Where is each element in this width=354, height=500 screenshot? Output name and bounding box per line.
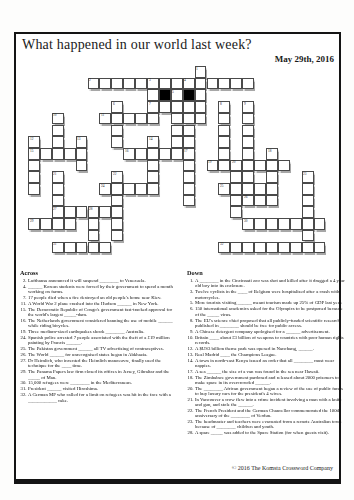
- clue-number-label: 32: [220, 242, 223, 246]
- clue-item: 16.The Netherlands government considered…: [20, 318, 179, 328]
- clue-item-number: 29.: [20, 369, 28, 379]
- grid-cell[interactable]: [218, 78, 230, 90]
- grid-cell[interactable]: [183, 183, 195, 195]
- clue-item: 28.A spare _____ was added to the Space …: [187, 430, 346, 435]
- clue-item: 7.17 people died when a fire destroyed a…: [20, 295, 179, 300]
- clue-item-text: 150 international academics asked for th…: [195, 306, 346, 316]
- grid-cell[interactable]: 25: [218, 183, 230, 195]
- grid-cell[interactable]: [52, 136, 64, 148]
- grid-cell[interactable]: [242, 136, 254, 148]
- grid-cell[interactable]: [254, 195, 266, 207]
- grid-cell[interactable]: [76, 242, 88, 254]
- grid-cell[interactable]: 28: [88, 206, 100, 218]
- grid-cell[interactable]: [171, 113, 183, 125]
- grid-cell[interactable]: [52, 125, 64, 137]
- grid-cell[interactable]: [183, 125, 195, 137]
- grid-cell[interactable]: [76, 206, 88, 218]
- grid-cell[interactable]: [135, 148, 147, 160]
- grid-cell[interactable]: [195, 113, 207, 125]
- grid-cell[interactable]: [159, 78, 171, 90]
- clue-item-text: The Zimbabwe government pardoned and rel…: [195, 374, 346, 384]
- grid-cell[interactable]: [230, 195, 242, 207]
- grid-cell[interactable]: 22: [111, 171, 123, 183]
- grid-cell[interactable]: [242, 148, 254, 160]
- grid-cell[interactable]: [195, 101, 207, 113]
- clue-item-text: More tourists visiting ______ meant tour…: [195, 300, 346, 305]
- grid-cell[interactable]: 26: [242, 195, 254, 207]
- clue-number-label: 7: [149, 102, 151, 106]
- grid-cell[interactable]: [147, 113, 159, 125]
- grid-cell[interactable]: 19: [207, 160, 219, 172]
- clue-item-text: A ________ in the Cincinnati zoo was sho…: [195, 278, 346, 288]
- grid-cell[interactable]: [64, 206, 76, 218]
- clue-item-text: A town in north-east Kenya issued an ord…: [195, 357, 346, 367]
- clue-item-number: 4.: [20, 284, 28, 294]
- clue-number-label: 15: [30, 149, 33, 153]
- grid-cell[interactable]: [99, 206, 111, 218]
- clue-item-text: In Vancouver a crow flew into a crime in…: [195, 397, 346, 407]
- clue-number-label: 11: [101, 113, 104, 117]
- clue-item: 10.Britain ____ about £3 billion of weap…: [187, 334, 346, 344]
- puzzle-frame: What happened in our world last week? Ma…: [14, 32, 341, 484]
- clue-item-number: 1.: [187, 278, 195, 288]
- grid-cell[interactable]: [242, 78, 254, 90]
- clue-item-number: 8.: [187, 317, 195, 327]
- grid-cell[interactable]: [52, 195, 64, 207]
- grid-cell[interactable]: [183, 101, 195, 113]
- grid-cell[interactable]: [242, 242, 254, 254]
- grid-cell[interactable]: [111, 218, 123, 230]
- grid-cell[interactable]: [111, 113, 123, 125]
- clue-number-label: 27: [53, 207, 56, 211]
- clue-item-text: Dr Heimlich, who invented the Heimlich m…: [28, 358, 179, 368]
- grid-cell[interactable]: [183, 195, 195, 207]
- grid-cell[interactable]: [64, 148, 76, 160]
- clue-item-number: 2.: [20, 278, 28, 283]
- clue-number-label: 3: [149, 78, 151, 82]
- clue-item-number: 6.: [187, 306, 195, 316]
- grid-cell[interactable]: 3: [147, 78, 159, 90]
- clue-item-text: 15,000 refugees were ________ in the Med…: [28, 380, 179, 385]
- clue-item-number: 3.: [187, 289, 195, 299]
- grid-cell[interactable]: 15: [28, 148, 40, 160]
- clue-number-label: 30: [244, 219, 247, 223]
- grid-cell[interactable]: [183, 160, 195, 172]
- clue-item: 3.Twelve cyclists in the ____ of Belgium…: [187, 289, 346, 299]
- grid-cell[interactable]: [266, 183, 278, 195]
- grid-cell[interactable]: [242, 171, 254, 183]
- clue-item-text: Lufthansa announced it will suspend ____…: [28, 278, 179, 283]
- down-header: Down: [187, 269, 346, 277]
- clue-item-number: 23.: [187, 419, 195, 429]
- clue-item: 20.The ________ African government began…: [187, 385, 346, 395]
- clue-number-label: 20: [232, 160, 235, 164]
- clue-number-label: 8: [220, 102, 222, 106]
- clue-item-text: Real Madrid ____ the Champions League.: [195, 351, 346, 356]
- clue-item-number: 15.: [20, 307, 28, 317]
- grid-cell[interactable]: 8: [218, 101, 230, 113]
- grid-cell[interactable]: [254, 160, 266, 172]
- clue-item-text: The World ______ for unrecognised states…: [28, 352, 179, 357]
- grid-cell[interactable]: [183, 171, 195, 183]
- grid-cell[interactable]: [99, 242, 111, 254]
- grid-cell[interactable]: [302, 195, 314, 207]
- clue-number-label: 17: [184, 149, 187, 153]
- clue-item: 30.15,000 refugees were ________ in the …: [20, 380, 179, 385]
- grid-cell[interactable]: [88, 242, 100, 254]
- clue-item: 12.A $US3 billion theme park was opened …: [187, 345, 346, 350]
- grid-cell[interactable]: 11: [99, 113, 111, 125]
- clue-item-number: 13.: [187, 351, 195, 356]
- grid-cell[interactable]: 29: [28, 218, 40, 230]
- grid-cell[interactable]: [278, 218, 290, 230]
- clue-item-number: 27.: [20, 358, 28, 368]
- grid-cell[interactable]: 12: [28, 136, 40, 148]
- grid-cell[interactable]: 6: [111, 101, 123, 113]
- grid-cell[interactable]: [278, 242, 290, 254]
- clue-item-number: 28.: [187, 430, 195, 435]
- grid-cell[interactable]: [254, 183, 266, 195]
- grid-cell[interactable]: 13: [76, 136, 88, 148]
- grid-cell[interactable]: [302, 242, 314, 254]
- clue-item-text: Britain ____ about £3 billion of weapons…: [195, 334, 346, 344]
- grid-cell[interactable]: [52, 218, 64, 230]
- clue-number-label: 14: [149, 137, 152, 141]
- clue-item-text: The Democratic Republic of Congo's gover…: [28, 307, 179, 317]
- grid-cell[interactable]: [28, 160, 40, 172]
- clue-item-text: A World War 2 plane crashed into the Hud…: [28, 301, 179, 306]
- clue-item: 15.The Democratic Republic of Congo's go…: [20, 307, 179, 317]
- clue-number-label: 28: [89, 207, 92, 211]
- clue-item-text: A German MP who called for a limit on re…: [28, 392, 179, 402]
- grid-cell[interactable]: [218, 113, 230, 125]
- clue-item: 17.A sea ______ the size of a van was fo…: [187, 368, 346, 373]
- grid-cell[interactable]: 21: [52, 171, 64, 183]
- grid-cell[interactable]: [111, 230, 123, 242]
- clue-item: 21.In Vancouver a crow flew into a crime…: [187, 397, 346, 407]
- clue-item-number: 30.: [20, 380, 28, 385]
- grid-cell[interactable]: [52, 183, 64, 195]
- clue-item-text: The Panama Papers law firm closed its of…: [28, 369, 179, 379]
- grid-cell[interactable]: [266, 218, 278, 230]
- clue-item-text: The Netherlands government considered ba…: [28, 318, 179, 328]
- grid-cell[interactable]: [195, 78, 207, 90]
- clue-item-number: 19.: [20, 329, 28, 334]
- clue-item: 29.The Panama Papers law firm closed its…: [20, 369, 179, 379]
- clue-number-label: 6: [113, 102, 115, 106]
- grid-cell[interactable]: [290, 242, 302, 254]
- grid-cell[interactable]: [302, 206, 314, 218]
- clue-number-label: 4: [184, 78, 186, 82]
- grid-cell[interactable]: [111, 183, 123, 195]
- grid-cell[interactable]: [230, 171, 242, 183]
- grid-cell[interactable]: [266, 171, 278, 183]
- clue-item-number: 11.: [20, 301, 28, 306]
- black-cell: [183, 89, 195, 101]
- grid-cell[interactable]: [111, 78, 123, 90]
- grid-cell[interactable]: [123, 113, 135, 125]
- grid-cell[interactable]: [242, 160, 254, 172]
- grid-cell[interactable]: [88, 230, 100, 242]
- grid-cell[interactable]: [314, 218, 326, 230]
- clue-number-label: 5: [172, 90, 174, 94]
- grid-cell[interactable]: [76, 160, 88, 172]
- clue-item: 2.Lufthansa announced it will suspend __…: [20, 278, 179, 283]
- grid-cell[interactable]: [99, 78, 111, 90]
- clue-item-text: The headmaster and teachers were evacuat…: [195, 419, 346, 429]
- clue-item-text: The French President and the German Chan…: [195, 408, 346, 418]
- grid-cell[interactable]: [171, 125, 183, 137]
- clue-item-number: 20.: [187, 385, 195, 395]
- grid-cell[interactable]: 20: [230, 160, 242, 172]
- grid-cell[interactable]: 5: [171, 89, 183, 101]
- grid-cell[interactable]: 30: [242, 218, 254, 230]
- clue-item: 31.President ______ visited Hiroshima.: [20, 386, 179, 391]
- clue-item: 24.Spanish police arrested 7 people asso…: [20, 335, 179, 345]
- clue-item: 14.A town in north-east Kenya issued an …: [187, 357, 346, 367]
- grid-cell[interactable]: 16: [123, 148, 135, 160]
- puzzle-date: May 29th, 2016: [275, 54, 334, 64]
- clue-number-label: 26: [244, 195, 247, 199]
- grid-cell[interactable]: [52, 148, 64, 160]
- grid-cell[interactable]: [302, 230, 314, 242]
- grid-cell[interactable]: [183, 136, 195, 148]
- clue-number-label: 24: [101, 184, 104, 188]
- grid-cell[interactable]: [28, 183, 40, 195]
- clue-item: 1.A ________ in the Cincinnati zoo was s…: [187, 278, 346, 288]
- clue-item-number: 32.: [20, 392, 28, 402]
- clue-number-label: 10: [53, 113, 56, 117]
- clue-number-label: 2: [89, 78, 91, 82]
- grid-cell[interactable]: [230, 78, 242, 90]
- clue-item-number: 31.: [20, 386, 28, 391]
- grid-cell[interactable]: [218, 125, 230, 137]
- clue-item-number: 12.: [187, 345, 195, 350]
- copyright-footer: © 2016 The Komsta Crossword Company: [232, 465, 333, 471]
- grid-cell[interactable]: 17: [183, 148, 195, 160]
- across-clues: Across 2.Lufthansa announced it will sus…: [20, 269, 179, 403]
- grid-cell[interactable]: [135, 183, 147, 195]
- grid-cell[interactable]: [111, 125, 123, 137]
- clue-item-text: The EU's science chief proposed that all…: [195, 317, 346, 327]
- grid-cell[interactable]: [123, 183, 135, 195]
- clue-item: 22.The French President and the German C…: [187, 408, 346, 418]
- grid-cell[interactable]: [254, 242, 266, 254]
- grid-cell[interactable]: 23: [302, 171, 314, 183]
- grid-cell[interactable]: 32: [218, 242, 230, 254]
- clue-item-number: 24.: [20, 335, 28, 345]
- grid-cell[interactable]: 27: [52, 206, 64, 218]
- clue-item-number: 21.: [187, 397, 195, 407]
- grid-cell[interactable]: [123, 78, 135, 90]
- grid-cell[interactable]: [111, 206, 123, 218]
- clue-item: 23.The headmaster and teachers were evac…: [187, 419, 346, 429]
- clue-item: 18.The Zimbabwe government pardoned and …: [187, 374, 346, 384]
- clue-item-text: A sea ______ the size of a van was found…: [195, 368, 346, 373]
- grid-cell[interactable]: [195, 89, 207, 101]
- grid-cell[interactable]: [314, 242, 326, 254]
- grid-cell[interactable]: [218, 160, 230, 172]
- grid-cell[interactable]: 24: [99, 183, 111, 195]
- clue-item-text: ______ Korean students were forced by th…: [28, 284, 179, 294]
- clue-number-label: 25: [220, 184, 223, 188]
- page: What happened in our world last week? Ma…: [0, 0, 354, 500]
- clue-item: 27.Dr Heimlich, who invented the Heimlic…: [20, 358, 179, 368]
- clue-item: 13.Real Madrid ____ the Champions League…: [187, 351, 346, 356]
- grid-cell[interactable]: [40, 148, 52, 160]
- grid-cell[interactable]: [218, 148, 230, 160]
- clue-number-label: 18: [268, 149, 271, 153]
- clue-item-number: 14.: [187, 357, 195, 367]
- page-title: What happened in our world last week?: [22, 37, 252, 53]
- clue-item-number: 17.: [187, 368, 195, 373]
- grid-cell[interactable]: [242, 125, 254, 137]
- clue-item: 4.______ Korean students were forced by …: [20, 284, 179, 294]
- clue-item: 11.A World War 2 plane crashed into the …: [20, 301, 179, 306]
- grid-cell[interactable]: 7: [147, 101, 159, 113]
- clue-number-label: 9: [244, 102, 246, 106]
- grid-cell[interactable]: [147, 183, 159, 195]
- grid-cell[interactable]: [230, 242, 242, 254]
- grid-cell[interactable]: [64, 218, 76, 230]
- clue-number-label: 22: [113, 172, 116, 176]
- clue-number-label: 21: [53, 172, 56, 176]
- grid-cell[interactable]: [242, 113, 254, 125]
- clue-number-label: 1: [196, 67, 198, 71]
- clue-item-text: A spare _____ was added to the Space Sta…: [195, 430, 346, 435]
- grid-cell[interactable]: [171, 136, 183, 148]
- grid-cell[interactable]: [171, 78, 183, 90]
- grid-cell[interactable]: 4: [183, 78, 195, 90]
- grid-cell[interactable]: [111, 136, 123, 148]
- crossword-grid: 1234567891011121314151617181920212223242…: [28, 66, 328, 256]
- clue-item-number: 25.: [20, 346, 28, 351]
- clue-number-label: 19: [208, 160, 211, 164]
- grid-cell[interactable]: [135, 113, 147, 125]
- grid-cell[interactable]: [266, 242, 278, 254]
- across-header: Across: [20, 269, 179, 277]
- black-cell: [159, 89, 171, 101]
- clue-item-number: 18.: [187, 374, 195, 384]
- clue-item-number: 10.: [187, 334, 195, 344]
- clue-item: 6.150 international academics asked for …: [187, 306, 346, 316]
- clue-item-text: 17 people died when a fire destroyed an …: [28, 295, 179, 300]
- grid-cell[interactable]: [218, 136, 230, 148]
- clue-item-text: Twelve cyclists in the ____ of Belgium w…: [195, 289, 346, 299]
- clue-item: 8.The EU's science chief proposed that a…: [187, 317, 346, 327]
- clue-item-text: A $US3 billion theme park was opened in …: [195, 345, 346, 350]
- clue-number-label: 12: [30, 137, 33, 141]
- clue-item-number: 9.: [187, 328, 195, 333]
- grid-cell[interactable]: [290, 218, 302, 230]
- grid-cell[interactable]: [302, 218, 314, 230]
- clue-item: 9.A Chinese detergent company apologised…: [187, 328, 346, 333]
- grid-cell[interactable]: [147, 148, 159, 160]
- clue-item-text: A Chinese detergent company apologised f…: [195, 328, 346, 333]
- clue-number-label: 31: [53, 242, 56, 246]
- grid-cell[interactable]: [254, 218, 266, 230]
- grid-cell[interactable]: [147, 89, 159, 101]
- grid-cell[interactable]: [40, 218, 52, 230]
- grid-cell[interactable]: [171, 148, 183, 160]
- down-clues: Down 1.A ________ in the Cincinnati zoo …: [187, 269, 346, 436]
- clue-item: 25.The Pakistan government ______ all TV…: [20, 346, 179, 351]
- grid-cell[interactable]: [230, 183, 242, 195]
- grid-cell[interactable]: [266, 160, 278, 172]
- clue-item-number: 5.: [187, 300, 195, 305]
- clue-number-label: 23: [303, 172, 306, 176]
- clue-item-text: The ________ African government began a …: [195, 385, 346, 395]
- grid-cell[interactable]: [266, 195, 278, 207]
- grid-cell[interactable]: [278, 160, 290, 172]
- grid-cell[interactable]: 2: [88, 78, 100, 90]
- clue-number-label: 29: [30, 219, 33, 223]
- clue-item: 32.A German MP who called for a limit on…: [20, 392, 179, 402]
- clue-item: 5.More tourists visiting ______ meant to…: [187, 300, 346, 305]
- clue-number-label: 16: [125, 149, 128, 153]
- clue-item-text: Three medium-sized earthquakes shook ___…: [28, 329, 179, 334]
- grid-cell[interactable]: 31: [52, 242, 64, 254]
- grid-cell[interactable]: 9: [242, 101, 254, 113]
- grid-cell[interactable]: [88, 218, 100, 230]
- grid-cell[interactable]: [242, 183, 254, 195]
- clue-item-number: 22.: [187, 408, 195, 418]
- clue-number-label: 13: [77, 137, 80, 141]
- clue-item-text: The Pakistan government ______ all TV ad…: [28, 346, 179, 351]
- clue-item-number: 16.: [20, 318, 28, 328]
- clue-item: 19.Three medium-sized earthquakes shook …: [20, 329, 179, 334]
- grid-cell[interactable]: [171, 101, 183, 113]
- grid-cell[interactable]: [135, 78, 147, 90]
- clue-item-text: President ______ visited Hiroshima.: [28, 386, 179, 391]
- clue-item-text: Spanish police arrested 7 people associa…: [28, 335, 179, 345]
- clue-item: 26.The World ______ for unrecognised sta…: [20, 352, 179, 357]
- clue-item-number: 7.: [20, 295, 28, 300]
- grid-cell[interactable]: 10: [52, 113, 64, 125]
- grid-cell[interactable]: [159, 148, 171, 160]
- grid-cell[interactable]: [111, 195, 123, 207]
- grid-cell[interactable]: [76, 148, 88, 160]
- grid-cell[interactable]: [207, 78, 219, 90]
- grid-cell[interactable]: 18: [266, 148, 278, 160]
- grid-cell[interactable]: [28, 171, 40, 183]
- grid-cell[interactable]: 1: [195, 66, 207, 78]
- clue-item-number: 26.: [20, 352, 28, 357]
- grid-cell[interactable]: [183, 113, 195, 125]
- grid-cell[interactable]: [147, 171, 159, 183]
- grid-cell[interactable]: 14: [147, 136, 159, 148]
- grid-cell[interactable]: [159, 101, 171, 113]
- grid-cell[interactable]: [147, 160, 159, 172]
- grid-cell[interactable]: [302, 183, 314, 195]
- grid-cell[interactable]: [64, 242, 76, 254]
- grid-cell[interactable]: [230, 206, 242, 218]
